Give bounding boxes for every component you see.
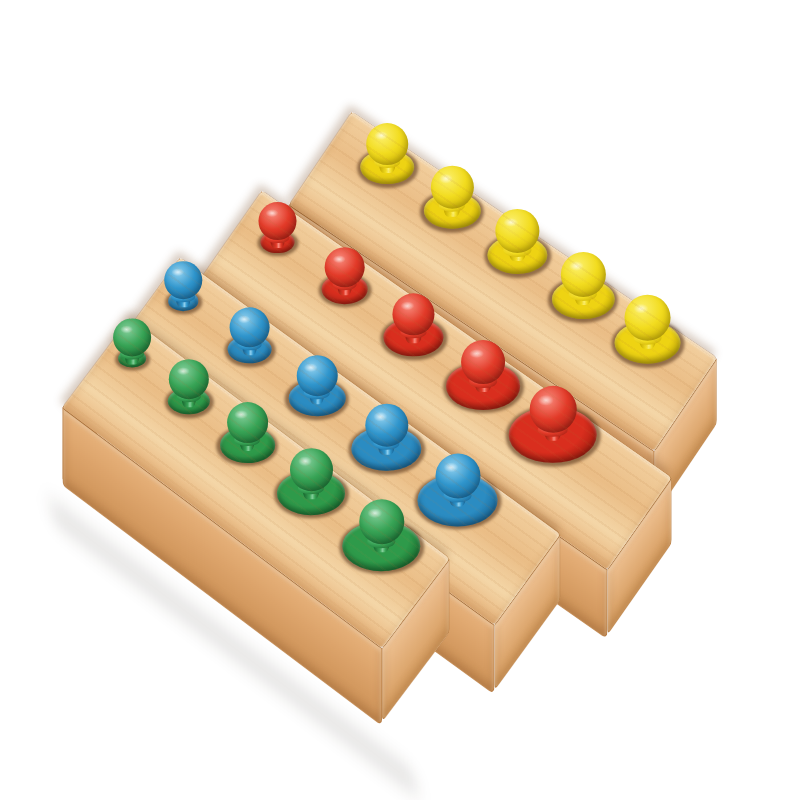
cylinder-knob-yellow-5 — [625, 295, 671, 341]
cylinder-knob-red-3 — [392, 293, 434, 335]
cylinder-knob-blue-2 — [230, 307, 270, 347]
knob-highlight-blue-4 — [373, 412, 388, 421]
cylinder-knob-blue-3 — [296, 355, 337, 396]
knob-highlight-green-3 — [234, 410, 248, 419]
knob-highlight-blue-5 — [444, 462, 459, 472]
cylinder-knob-green-1 — [113, 318, 151, 356]
cylinder-knob-red-2 — [325, 247, 365, 287]
knob-highlight-yellow-2 — [439, 174, 454, 183]
cylinder-knob-red-4 — [461, 340, 505, 384]
knob-highlight-green-4 — [298, 457, 313, 466]
cylinder-knob-blue-4 — [365, 404, 408, 447]
cylinder-knob-red-1 — [258, 202, 296, 240]
knob-highlight-yellow-4 — [569, 261, 584, 271]
cylinder-knob-green-5 — [359, 499, 404, 544]
knob-highlight-green-5 — [367, 508, 382, 518]
cylinder-knob-green-3 — [227, 402, 268, 443]
cylinder-knob-yellow-1 — [366, 123, 408, 165]
cylinder-knob-yellow-3 — [495, 209, 539, 253]
cylinder-knob-blue-1 — [164, 261, 202, 299]
cylinder-knob-blue-5 — [435, 454, 480, 499]
cylinder-knob-green-4 — [290, 448, 333, 491]
cylinder-knob-yellow-2 — [430, 166, 473, 209]
cylinder-knob-red-5 — [529, 386, 576, 433]
knob-highlight-blue-3 — [304, 363, 318, 372]
cylinder-knob-yellow-4 — [560, 252, 605, 297]
knob-highlight-red-5 — [538, 395, 554, 405]
cylinder-knob-green-2 — [169, 359, 209, 399]
product-photo-stage — [0, 0, 800, 800]
